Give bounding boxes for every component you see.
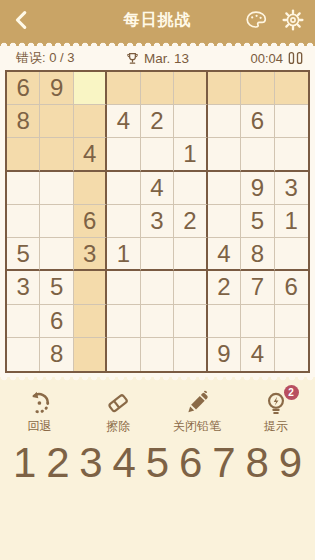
number-pad: 123456789 [0,439,315,487]
cell-r2c6[interactable] [174,105,207,138]
cell-r1c5[interactable] [141,72,174,105]
cell-r1c1[interactable]: 6 [7,72,40,105]
cell-r5c2[interactable] [40,205,73,238]
cell-r5c7[interactable] [208,205,241,238]
board-panel: 698426414936325153148352766894 [0,70,315,377]
cell-r6c1[interactable]: 5 [7,238,40,271]
cell-r6c3[interactable]: 3 [74,238,107,271]
chevron-left-icon [11,9,33,31]
cell-r4c9[interactable]: 3 [275,172,308,205]
cell-r6c7[interactable]: 4 [208,238,241,271]
cell-r4c8[interactable]: 9 [241,172,274,205]
cell-r7c1[interactable]: 3 [7,271,40,304]
cell-r3c8[interactable] [241,138,274,171]
cell-r3c2[interactable] [40,138,73,171]
cell-r7c6[interactable] [174,271,207,304]
cell-r1c3[interactable] [74,72,107,105]
cell-r1c6[interactable] [174,72,207,105]
undo-label: 回退 [27,418,51,435]
cell-r4c6[interactable] [174,172,207,205]
cell-r9c6[interactable] [174,338,207,371]
cell-r3c3[interactable]: 4 [74,138,107,171]
cell-r9c2[interactable]: 8 [40,338,73,371]
cell-r7c4[interactable] [107,271,140,304]
cell-r6c5[interactable] [141,238,174,271]
top-bar: 每日挑战 [0,0,315,40]
cell-r5c3[interactable]: 6 [74,205,107,238]
cell-r7c8[interactable]: 7 [241,271,274,304]
bottom-spacer [0,487,315,560]
cell-r8c7[interactable] [208,305,241,338]
cell-r7c2[interactable]: 5 [40,271,73,304]
cell-r8c4[interactable] [107,305,140,338]
cell-r9c9[interactable] [275,338,308,371]
hint-count-badge: 2 [284,385,299,400]
cell-r3c5[interactable] [141,138,174,171]
cell-r5c6[interactable]: 2 [174,205,207,238]
cell-r4c7[interactable] [208,172,241,205]
cell-r2c4[interactable]: 4 [107,105,140,138]
cell-r9c1[interactable] [7,338,40,371]
palette-icon [244,8,268,32]
sudoku-app: 每日挑战 [0,0,315,560]
numpad-5[interactable]: 5 [141,442,174,484]
cell-r4c4[interactable] [107,172,140,205]
cell-r4c5[interactable]: 4 [141,172,174,205]
hint-button[interactable]: 2 提示 [236,390,315,435]
hint-label: 提示 [264,418,288,435]
back-button[interactable] [8,6,36,34]
cell-r3c4[interactable] [107,138,140,171]
cell-r5c8[interactable]: 5 [241,205,274,238]
cell-r1c2[interactable]: 9 [40,72,73,105]
sudoku-board: 698426414936325153148352766894 [5,70,310,373]
cell-r4c2[interactable] [40,172,73,205]
cell-r6c2[interactable] [40,238,73,271]
erase-label: 擦除 [106,418,130,435]
cell-r5c4[interactable] [107,205,140,238]
cell-r3c7[interactable] [208,138,241,171]
numpad-3[interactable]: 3 [74,442,107,484]
cell-r4c3[interactable] [74,172,107,205]
page-title: 每日挑战 [124,10,192,31]
cell-r9c5[interactable] [141,338,174,371]
numpad-8[interactable]: 8 [241,442,274,484]
cell-r6c8[interactable]: 8 [241,238,274,271]
cell-r7c7[interactable]: 2 [208,271,241,304]
cell-r6c9[interactable] [275,238,308,271]
cell-r2c3[interactable] [74,105,107,138]
cell-r1c9[interactable] [275,72,308,105]
cell-r2c8[interactable]: 6 [241,105,274,138]
pencil-icon [184,390,210,416]
cell-r5c9[interactable]: 1 [275,205,308,238]
theme-palette-button[interactable] [244,8,268,32]
numpad-1[interactable]: 1 [8,442,41,484]
cell-r5c5[interactable]: 3 [141,205,174,238]
action-toolbar: 回退 擦除 关闭铅笔 [0,385,315,439]
undo-icon [26,390,52,416]
cell-r1c8[interactable] [241,72,274,105]
cell-r3c6[interactable]: 1 [174,138,207,171]
cell-r8c3[interactable] [74,305,107,338]
cell-r7c9[interactable]: 6 [275,271,308,304]
numpad-2[interactable]: 2 [41,442,74,484]
trophy-icon [126,52,139,65]
cell-r8c5[interactable] [141,305,174,338]
numpad-6[interactable]: 6 [174,442,207,484]
cell-r2c5[interactable]: 2 [141,105,174,138]
pause-icon[interactable] [288,51,303,65]
cell-r9c8[interactable]: 4 [241,338,274,371]
undo-button[interactable]: 回退 [0,390,79,435]
cell-r2c9[interactable] [275,105,308,138]
cell-r9c7[interactable]: 9 [208,338,241,371]
cell-r3c1[interactable] [7,138,40,171]
settings-button[interactable] [281,8,305,32]
cell-r7c5[interactable] [141,271,174,304]
cell-r1c4[interactable] [107,72,140,105]
ticket-edge-bottom [0,377,315,383]
cell-r8c9[interactable] [275,305,308,338]
pencil-label: 关闭铅笔 [173,418,221,435]
cell-r4c1[interactable] [7,172,40,205]
cell-r8c1[interactable] [7,305,40,338]
erase-button[interactable]: 擦除 [79,390,158,435]
eraser-icon [105,390,131,416]
cell-r6c6[interactable] [174,238,207,271]
cell-r6c4[interactable]: 1 [107,238,140,271]
date-label: Mar. 13 [144,51,189,66]
status-bar: 错误: 0 / 3 Mar. 13 00:04 [0,46,315,70]
cell-r9c4[interactable] [107,338,140,371]
cell-r8c8[interactable] [241,305,274,338]
cell-r8c2[interactable]: 6 [40,305,73,338]
cell-r5c1[interactable] [7,205,40,238]
cell-r8c6[interactable] [174,305,207,338]
timer-label: 00:04 [250,51,283,66]
cell-r2c1[interactable]: 8 [7,105,40,138]
hint-icon: 2 [263,390,289,416]
cell-r2c2[interactable] [40,105,73,138]
cell-r9c3[interactable] [74,338,107,371]
cell-r1c7[interactable] [208,72,241,105]
gear-icon [281,8,305,32]
cell-r3c9[interactable] [275,138,308,171]
numpad-9[interactable]: 9 [274,442,307,484]
cell-r2c7[interactable] [208,105,241,138]
cell-r7c3[interactable] [74,271,107,304]
pencil-toggle-button[interactable]: 关闭铅笔 [158,390,237,435]
numpad-4[interactable]: 4 [108,442,141,484]
numpad-7[interactable]: 7 [207,442,240,484]
